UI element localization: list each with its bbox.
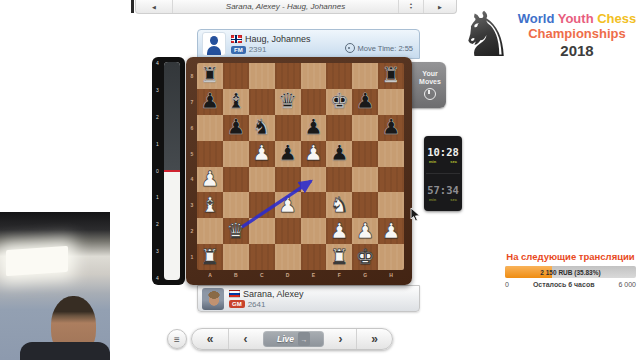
black-bishop: ♝ (226, 91, 245, 112)
square-h2[interactable]: ♟ (378, 218, 404, 244)
square-e3[interactable] (301, 192, 327, 218)
rank-label: 6 (188, 115, 196, 141)
clock-black: 10:28minsec (424, 146, 462, 164)
player-rating-white: 2641 (248, 300, 266, 309)
donation-time-left: Осталось 6 часов (533, 281, 595, 288)
clock-white: 57:34minsec (424, 184, 462, 202)
square-d6[interactable] (275, 115, 301, 141)
square-g3[interactable] (352, 192, 378, 218)
white-pawn: ♟ (278, 195, 297, 216)
donation-range-min: 0 (505, 281, 509, 288)
black-pawn: ♟ (382, 117, 401, 138)
previous-move-button[interactable]: ‹ (229, 329, 262, 349)
event-logo-text: World Youth Chess Championships 2018 (514, 0, 640, 76)
square-b3[interactable] (223, 192, 249, 218)
square-g8[interactable] (352, 63, 378, 89)
square-c5[interactable]: ♟ (249, 141, 275, 167)
black-rook: ♜ (382, 65, 401, 86)
move-time-label: Move Time: 2:55 (358, 44, 413, 53)
broadcast-window: ◀ Sarana, Alexey - Haug, Johannes ▲ ▼ ▶ … (0, 0, 640, 360)
titlebar-notch (131, 0, 134, 13)
square-f1[interactable]: ♜ (326, 244, 352, 270)
square-g4[interactable] (352, 167, 378, 193)
rank-label: 2 (188, 218, 196, 244)
white-pawn: ♟ (201, 169, 220, 190)
rank-label: 5 (188, 141, 196, 167)
evaluation-scale: 432101234 (153, 61, 162, 281)
evaluation-black-half (164, 62, 180, 171)
your-moves-label-2: Moves (406, 78, 446, 85)
event-logo-line2: Championships (514, 26, 640, 41)
last-move-button[interactable]: » (357, 329, 392, 349)
player-card-black: Haug, Johannes FM 2391 Move Time: 2:55 (197, 29, 420, 59)
live-button[interactable]: Live → (263, 331, 324, 347)
square-f4[interactable] (326, 167, 352, 193)
clock-icon (424, 88, 436, 100)
chess-board: ♜♜♟♝♛♚♟♟♞♟♟♟♟♟♟♟♝♟♞♛♟♟♟♜♜♚ (197, 63, 404, 270)
game-title: Sarana, Alexey - Haug, Johannes (173, 0, 398, 13)
square-g5[interactable] (352, 141, 378, 167)
square-d5[interactable]: ♟ (275, 141, 301, 167)
commentator-shoulders (20, 342, 110, 360)
rank-label: 1 (188, 244, 196, 270)
white-rook: ♜ (330, 247, 349, 268)
event-logo: ♞ World Youth Chess Championships 2018 (458, 0, 640, 76)
avatar-black-player (202, 32, 226, 56)
square-c1[interactable] (249, 244, 275, 270)
white-knight: ♞ (330, 195, 349, 216)
donation-progress-bar: 2 150 RUB (35.83%) (505, 266, 636, 278)
player-name-white: Sarana, Alexey (243, 289, 304, 299)
game-list-toggle-button[interactable]: ▲ ▼ (398, 0, 423, 13)
square-d2[interactable] (275, 218, 301, 244)
square-h6[interactable]: ♟ (378, 115, 404, 141)
live-arrow-icon: → (298, 332, 310, 346)
square-g7[interactable]: ♟ (352, 89, 378, 115)
square-f3[interactable]: ♞ (326, 192, 352, 218)
square-d8[interactable] (275, 63, 301, 89)
square-g6[interactable] (352, 115, 378, 141)
clock-unit-min: min (429, 197, 436, 202)
your-moves-label-1: Your (406, 70, 446, 77)
square-h4[interactable] (378, 167, 404, 193)
square-e7[interactable] (301, 89, 327, 115)
clock-divider (426, 173, 460, 174)
black-pawn: ♟ (304, 117, 323, 138)
rank-label: 3 (188, 192, 196, 218)
norway-flag-icon (231, 35, 242, 43)
avatar-silhouette-head (210, 36, 218, 45)
eval-scale-tick: 1 (153, 195, 162, 200)
logo-word: Chess (594, 11, 637, 26)
square-b2[interactable]: ♛ (223, 218, 249, 244)
white-rook: ♜ (201, 247, 220, 268)
event-logo-line1: World Youth Chess (514, 11, 640, 26)
chess-board-frame: 87654321 ABCDEFGH ♜♜♟♝♛♚♟♟♞♟♟♟♟♟♟♟♝♟♞♛♟♟… (186, 57, 412, 285)
avatar-silhouette-body (207, 46, 221, 55)
square-g1[interactable]: ♚ (352, 244, 378, 270)
donation-progress-label: 2 150 RUB (35.83%) (505, 266, 636, 278)
eval-scale-tick: 0 (153, 169, 162, 174)
square-c2[interactable] (249, 218, 275, 244)
square-g2[interactable]: ♟ (352, 218, 378, 244)
clock-time: 10:28 (427, 146, 459, 158)
square-f7[interactable]: ♚ (326, 89, 352, 115)
clock-panel: 10:28minsec57:34minsec (424, 136, 462, 211)
rank-label: 4 (188, 167, 196, 193)
eval-scale-tick: 3 (153, 88, 162, 93)
white-pawn: ♟ (356, 221, 375, 242)
square-f2[interactable]: ♟ (326, 218, 352, 244)
event-logo-year: 2018 (514, 42, 640, 59)
square-b8[interactable] (223, 63, 249, 89)
sort-down-icon: ▼ (409, 7, 412, 11)
white-pawn: ♟ (382, 221, 401, 242)
logo-word: Youth (554, 11, 593, 26)
square-e6[interactable]: ♟ (301, 115, 327, 141)
rank-label: 8 (188, 63, 196, 89)
square-a4[interactable]: ♟ (197, 167, 223, 193)
clock-time: 57:34 (427, 184, 459, 196)
game-selector-bar: ◀ Sarana, Alexey - Haug, Johannes ▲ ▼ ▶ (135, 0, 457, 14)
square-b4[interactable] (223, 167, 249, 193)
black-pawn: ♟ (356, 91, 375, 112)
black-king: ♚ (330, 91, 349, 112)
evaluation-track (164, 62, 180, 280)
knight-logo-icon: ♞ (458, 0, 514, 76)
eval-scale-tick: 4 (153, 276, 162, 281)
square-d1[interactable] (275, 244, 301, 270)
webcam-feed (0, 212, 110, 360)
white-bishop: ♝ (201, 195, 220, 216)
mouse-cursor (410, 207, 422, 223)
black-pawn: ♟ (226, 117, 245, 138)
square-h1[interactable] (378, 244, 404, 270)
black-rook: ♜ (201, 65, 220, 86)
clock-unit-sec: sec (450, 197, 457, 202)
square-e2[interactable] (301, 218, 327, 244)
square-c6[interactable]: ♞ (249, 115, 275, 141)
donation-range-max: 6 000 (618, 281, 636, 288)
square-a7[interactable]: ♟ (197, 89, 223, 115)
black-queen: ♛ (278, 91, 297, 112)
next-move-button[interactable]: › (325, 329, 356, 349)
evaluation-zero-marker (164, 170, 180, 172)
white-king: ♚ (356, 247, 375, 268)
rank-labels: 87654321 (188, 63, 196, 270)
square-a3[interactable]: ♝ (197, 192, 223, 218)
square-c8[interactable] (249, 63, 275, 89)
square-c3[interactable] (249, 192, 275, 218)
square-a2[interactable] (197, 218, 223, 244)
gm-title-badge: GM (229, 300, 245, 308)
white-pawn: ♟ (252, 143, 271, 164)
white-pawn: ♟ (304, 143, 323, 164)
russia-flag-icon (229, 290, 240, 298)
player-card-white: Sarana, Alexey GM 2641 (197, 285, 420, 312)
fm-title-badge: FM (231, 46, 246, 54)
eval-scale-tick: 2 (153, 115, 162, 120)
white-pawn: ♟ (330, 221, 349, 242)
square-a1[interactable]: ♜ (197, 244, 223, 270)
next-game-button[interactable]: ▶ (423, 0, 456, 13)
square-h5[interactable] (378, 141, 404, 167)
live-label: Live (277, 334, 294, 344)
donation-title-link[interactable]: На следующие трансляции (505, 251, 636, 262)
eval-scale-tick: 2 (153, 222, 162, 227)
clock-unit-sec: sec (450, 159, 457, 164)
avatar-white-player (202, 288, 224, 310)
player-rating-black: 2391 (249, 45, 267, 54)
rank-label: 7 (188, 89, 196, 115)
black-pawn: ♟ (278, 143, 297, 164)
square-e8[interactable] (301, 63, 327, 89)
your-moves-button[interactable]: Your Moves (406, 62, 446, 108)
previous-game-button[interactable]: ◀ (136, 0, 173, 13)
square-h7[interactable] (378, 89, 404, 115)
move-time: Move Time: 2:55 (345, 43, 413, 53)
square-a5[interactable] (197, 141, 223, 167)
square-f6[interactable] (326, 115, 352, 141)
move-timer-icon (345, 43, 355, 53)
evaluation-bar: 432101234 (152, 57, 185, 285)
donation-widget: На следующие трансляции 2 150 RUB (35.83… (505, 251, 636, 288)
replay-controls: « ‹ Live → › » (191, 328, 393, 350)
square-f8[interactable] (326, 63, 352, 89)
square-d3[interactable]: ♟ (275, 192, 301, 218)
player-name-black: Haug, Johannes (245, 34, 311, 44)
square-c4[interactable] (249, 167, 275, 193)
square-f5[interactable]: ♟ (326, 141, 352, 167)
black-pawn: ♟ (201, 91, 220, 112)
square-b5[interactable] (223, 141, 249, 167)
clock-unit-min: min (429, 159, 436, 164)
square-h3[interactable] (378, 192, 404, 218)
white-queen: ♛ (226, 221, 245, 242)
square-b7[interactable]: ♝ (223, 89, 249, 115)
square-e4[interactable] (301, 167, 327, 193)
square-b1[interactable] (223, 244, 249, 270)
square-d7[interactable]: ♛ (275, 89, 301, 115)
black-pawn: ♟ (330, 143, 349, 164)
square-a6[interactable] (197, 115, 223, 141)
eval-scale-tick: 1 (153, 142, 162, 147)
square-h8[interactable]: ♜ (378, 63, 404, 89)
square-e5[interactable]: ♟ (301, 141, 327, 167)
move-list-button[interactable]: ≡ (167, 329, 187, 349)
square-b6[interactable]: ♟ (223, 115, 249, 141)
logo-word: World (518, 11, 555, 26)
square-c7[interactable] (249, 89, 275, 115)
black-knight: ♞ (252, 117, 271, 138)
eval-scale-tick: 4 (153, 61, 162, 66)
eval-scale-tick: 3 (153, 249, 162, 254)
square-a8[interactable]: ♜ (197, 63, 223, 89)
ceiling-light (6, 246, 68, 276)
square-d4[interactable] (275, 167, 301, 193)
square-e1[interactable] (301, 244, 327, 270)
first-move-button[interactable]: « (192, 329, 228, 349)
